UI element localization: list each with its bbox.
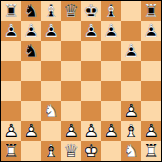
black-knight-icon[interactable]: ♞♘ [21,1,41,21]
piece-outline-glyph: ♖ [1,141,21,161]
piece-outline-glyph: ♙ [41,21,61,41]
square-h3[interactable] [141,101,161,121]
square-b6[interactable]: ♞♘ [21,41,41,61]
chess-board: ♜♖♞♘♝♗♛♕♚♔♝♗♜♖♟♙♟♙♟♙♟♙♟♙♟♙♞♘♟♙♞♘♟♙♟♙♟♙♟♙… [0,0,162,162]
piece-outline-glyph: ♙ [121,41,141,61]
piece-outline-glyph: ♙ [81,21,101,41]
white-rook-icon[interactable]: ♜♖ [141,141,161,161]
black-pawn-icon[interactable]: ♟♙ [1,21,21,41]
square-b4[interactable] [21,81,41,101]
square-g4[interactable] [121,81,141,101]
black-pawn-icon[interactable]: ♟♙ [121,41,141,61]
white-pawn-icon[interactable]: ♟♙ [61,121,81,141]
piece-outline-glyph: ♕ [61,1,81,21]
square-f5[interactable] [101,61,121,81]
white-pawn-icon[interactable]: ♟♙ [21,121,41,141]
square-f7[interactable]: ♟♙ [101,21,121,41]
black-rook-icon[interactable]: ♜♖ [1,1,21,21]
black-bishop-icon[interactable]: ♝♗ [41,1,61,21]
square-c5[interactable] [41,61,61,81]
square-c4[interactable] [41,81,61,101]
square-f4[interactable] [101,81,121,101]
white-pawn-icon[interactable]: ♟♙ [121,101,141,121]
square-e5[interactable] [81,61,101,81]
piece-outline-glyph: ♙ [121,101,141,121]
piece-outline-glyph: ♙ [141,121,161,141]
white-king-icon[interactable]: ♚♔ [81,141,101,161]
square-g3[interactable]: ♟♙ [121,101,141,121]
square-d1[interactable]: ♛♕ [61,141,81,161]
square-h4[interactable] [141,81,161,101]
square-g2[interactable]: ♝♗ [121,121,141,141]
square-c7[interactable]: ♟♙ [41,21,61,41]
piece-outline-glyph: ♔ [81,141,101,161]
square-a8[interactable]: ♜♖ [1,1,21,21]
square-h8[interactable]: ♜♖ [141,1,161,21]
piece-outline-glyph: ♖ [1,1,21,21]
piece-outline-glyph: ♙ [81,121,101,141]
square-c1[interactable]: ♝♗ [41,141,61,161]
square-d6[interactable] [61,41,81,61]
square-e7[interactable]: ♟♙ [81,21,101,41]
white-bishop-icon[interactable]: ♝♗ [121,121,141,141]
white-pawn-icon[interactable]: ♟♙ [81,121,101,141]
white-queen-icon[interactable]: ♛♕ [61,141,81,161]
square-a6[interactable] [1,41,21,61]
square-h5[interactable] [141,61,161,81]
square-a2[interactable]: ♟♙ [1,121,21,141]
white-pawn-icon[interactable]: ♟♙ [101,121,121,141]
piece-outline-glyph: ♖ [141,1,161,21]
black-rook-icon[interactable]: ♜♖ [141,1,161,21]
square-c6[interactable] [41,41,61,61]
square-g5[interactable] [121,61,141,81]
piece-outline-glyph: ♗ [101,1,121,21]
square-h7[interactable]: ♟♙ [141,21,161,41]
square-g1[interactable]: ♞♘ [121,141,141,161]
black-knight-icon[interactable]: ♞♘ [21,41,41,61]
square-e4[interactable] [81,81,101,101]
piece-outline-glyph: ♗ [41,141,61,161]
square-a3[interactable] [1,101,21,121]
piece-outline-glyph: ♖ [141,141,161,161]
square-g7[interactable] [121,21,141,41]
piece-outline-glyph: ♘ [21,41,41,61]
square-a7[interactable]: ♟♙ [1,21,21,41]
square-h2[interactable]: ♟♙ [141,121,161,141]
square-f2[interactable]: ♟♙ [101,121,121,141]
black-pawn-icon[interactable]: ♟♙ [81,21,101,41]
piece-outline-glyph: ♙ [141,21,161,41]
square-e8[interactable]: ♚♔ [81,1,101,21]
piece-outline-glyph: ♘ [121,141,141,161]
square-e2[interactable]: ♟♙ [81,121,101,141]
square-d8[interactable]: ♛♕ [61,1,81,21]
black-pawn-icon[interactable]: ♟♙ [41,21,61,41]
square-b7[interactable]: ♟♙ [21,21,41,41]
piece-outline-glyph: ♙ [1,121,21,141]
square-e3[interactable] [81,101,101,121]
square-d5[interactable] [61,61,81,81]
square-h6[interactable] [141,41,161,61]
square-e1[interactable]: ♚♔ [81,141,101,161]
square-a5[interactable] [1,61,21,81]
square-h1[interactable]: ♜♖ [141,141,161,161]
white-bishop-icon[interactable]: ♝♗ [41,141,61,161]
square-g6[interactable]: ♟♙ [121,41,141,61]
square-d7[interactable] [61,21,81,41]
piece-outline-glyph: ♘ [41,101,61,121]
square-d4[interactable] [61,81,81,101]
piece-outline-glyph: ♔ [81,1,101,21]
square-c3[interactable]: ♞♘ [41,101,61,121]
square-c2[interactable] [41,121,61,141]
black-pawn-icon[interactable]: ♟♙ [101,21,121,41]
piece-outline-glyph: ♗ [41,1,61,21]
black-bishop-icon[interactable]: ♝♗ [101,1,121,21]
piece-outline-glyph: ♗ [121,121,141,141]
white-pawn-icon[interactable]: ♟♙ [141,121,161,141]
square-e6[interactable] [81,41,101,61]
square-f6[interactable] [101,41,121,61]
square-d2[interactable]: ♟♙ [61,121,81,141]
piece-outline-glyph: ♙ [101,121,121,141]
square-b8[interactable]: ♞♘ [21,1,41,21]
square-a4[interactable] [1,81,21,101]
square-d3[interactable] [61,101,81,121]
piece-outline-glyph: ♘ [21,1,41,21]
piece-outline-glyph: ♙ [1,21,21,41]
square-f8[interactable]: ♝♗ [101,1,121,21]
piece-outline-glyph: ♙ [21,121,41,141]
black-king-icon[interactable]: ♚♔ [81,1,101,21]
piece-outline-glyph: ♙ [61,121,81,141]
square-b1[interactable] [21,141,41,161]
square-a1[interactable]: ♜♖ [1,141,21,161]
white-knight-icon[interactable]: ♞♘ [41,101,61,121]
square-c8[interactable]: ♝♗ [41,1,61,21]
piece-outline-glyph: ♙ [101,21,121,41]
piece-outline-glyph: ♕ [61,141,81,161]
square-b2[interactable]: ♟♙ [21,121,41,141]
square-f3[interactable] [101,101,121,121]
square-f1[interactable] [101,141,121,161]
white-knight-icon[interactable]: ♞♘ [121,141,141,161]
black-pawn-icon[interactable]: ♟♙ [141,21,161,41]
square-g8[interactable] [121,1,141,21]
black-queen-icon[interactable]: ♛♕ [61,1,81,21]
square-b5[interactable] [21,61,41,81]
square-b3[interactable] [21,101,41,121]
white-rook-icon[interactable]: ♜♖ [1,141,21,161]
white-pawn-icon[interactable]: ♟♙ [1,121,21,141]
black-pawn-icon[interactable]: ♟♙ [21,21,41,41]
piece-outline-glyph: ♙ [21,21,41,41]
